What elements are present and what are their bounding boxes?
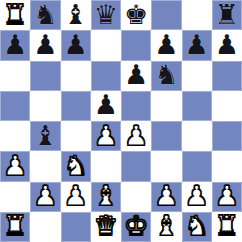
piece-black-pawn[interactable]: ♟ xyxy=(215,31,239,58)
square-d5[interactable]: ♟ xyxy=(91,91,121,121)
square-c1[interactable] xyxy=(61,212,91,242)
piece-white-queen[interactable]: ♛ xyxy=(94,212,118,239)
square-f5[interactable] xyxy=(151,91,181,121)
piece-black-pawn[interactable]: ♟ xyxy=(3,31,27,58)
square-c5[interactable] xyxy=(61,91,91,121)
square-g2[interactable]: ♟ xyxy=(182,182,212,212)
piece-black-pawn[interactable]: ♟ xyxy=(154,31,178,58)
square-g4[interactable] xyxy=(182,121,212,151)
square-f4[interactable] xyxy=(151,121,181,151)
piece-black-knight[interactable]: ♞ xyxy=(154,61,178,88)
piece-white-knight[interactable]: ♞ xyxy=(64,152,88,179)
square-a1[interactable]: ♜ xyxy=(0,212,30,242)
square-c6[interactable] xyxy=(61,61,91,91)
square-a6[interactable] xyxy=(0,61,30,91)
square-b7[interactable]: ♟ xyxy=(30,30,60,60)
square-a4[interactable] xyxy=(0,121,30,151)
piece-white-pawn[interactable]: ♟ xyxy=(215,182,239,209)
square-d3[interactable] xyxy=(91,151,121,181)
piece-white-bishop[interactable]: ♝ xyxy=(94,182,118,209)
square-b4[interactable]: ♝ xyxy=(30,121,60,151)
square-e7[interactable] xyxy=(121,30,151,60)
piece-black-pawn[interactable]: ♟ xyxy=(185,31,209,58)
square-g8[interactable] xyxy=(182,0,212,30)
piece-white-rook[interactable]: ♜ xyxy=(215,212,239,239)
piece-black-rook[interactable]: ♜ xyxy=(3,1,27,28)
square-d4[interactable]: ♟ xyxy=(91,121,121,151)
square-d7[interactable] xyxy=(91,30,121,60)
piece-black-knight[interactable]: ♞ xyxy=(33,1,57,28)
piece-black-pawn[interactable]: ♟ xyxy=(33,31,57,58)
piece-white-pawn[interactable]: ♟ xyxy=(154,182,178,209)
square-f1[interactable]: ♝ xyxy=(151,212,181,242)
piece-white-rook[interactable]: ♜ xyxy=(3,212,27,239)
square-d2[interactable]: ♝ xyxy=(91,182,121,212)
square-e4[interactable]: ♟ xyxy=(121,121,151,151)
square-f6[interactable]: ♞ xyxy=(151,61,181,91)
square-h1[interactable]: ♜ xyxy=(212,212,242,242)
square-g1[interactable]: ♞ xyxy=(182,212,212,242)
piece-white-pawn[interactable]: ♟ xyxy=(64,182,88,209)
square-h4[interactable] xyxy=(212,121,242,151)
square-c2[interactable]: ♟ xyxy=(61,182,91,212)
square-a7[interactable]: ♟ xyxy=(0,30,30,60)
square-c4[interactable] xyxy=(61,121,91,151)
piece-black-pawn[interactable]: ♟ xyxy=(64,31,88,58)
square-b2[interactable]: ♟ xyxy=(30,182,60,212)
square-a5[interactable] xyxy=(0,91,30,121)
square-d1[interactable]: ♛ xyxy=(91,212,121,242)
square-b5[interactable] xyxy=(30,91,60,121)
piece-white-pawn[interactable]: ♟ xyxy=(3,152,27,179)
square-e8[interactable]: ♚ xyxy=(121,0,151,30)
piece-white-bishop[interactable]: ♝ xyxy=(154,212,178,239)
square-b1[interactable] xyxy=(30,212,60,242)
piece-black-pawn[interactable]: ♟ xyxy=(94,91,118,118)
square-h5[interactable] xyxy=(212,91,242,121)
square-h6[interactable] xyxy=(212,61,242,91)
piece-black-bishop[interactable]: ♝ xyxy=(64,1,88,28)
piece-white-pawn[interactable]: ♟ xyxy=(124,122,148,149)
square-a3[interactable]: ♟ xyxy=(0,151,30,181)
square-e1[interactable]: ♚ xyxy=(121,212,151,242)
piece-white-pawn[interactable]: ♟ xyxy=(185,182,209,209)
chess-board: ♜♞♝♛♚♜♟♟♟♟♟♟♟♞♟♝♟♟♟♞♟♟♝♟♟♟♜♛♚♝♞♜ xyxy=(0,0,242,242)
square-g6[interactable] xyxy=(182,61,212,91)
square-g5[interactable] xyxy=(182,91,212,121)
square-c8[interactable]: ♝ xyxy=(61,0,91,30)
square-f3[interactable] xyxy=(151,151,181,181)
square-h8[interactable]: ♜ xyxy=(212,0,242,30)
piece-black-rook[interactable]: ♜ xyxy=(215,1,239,28)
square-h3[interactable] xyxy=(212,151,242,181)
square-a8[interactable]: ♜ xyxy=(0,0,30,30)
square-h2[interactable]: ♟ xyxy=(212,182,242,212)
piece-white-king[interactable]: ♚ xyxy=(124,212,148,239)
piece-black-king[interactable]: ♚ xyxy=(124,1,148,28)
square-g3[interactable] xyxy=(182,151,212,181)
piece-black-bishop[interactable]: ♝ xyxy=(33,122,57,149)
square-c7[interactable]: ♟ xyxy=(61,30,91,60)
square-d6[interactable] xyxy=(91,61,121,91)
piece-white-pawn[interactable]: ♟ xyxy=(94,122,118,149)
square-g7[interactable]: ♟ xyxy=(182,30,212,60)
square-f8[interactable] xyxy=(151,0,181,30)
piece-white-knight[interactable]: ♞ xyxy=(185,212,209,239)
piece-black-queen[interactable]: ♛ xyxy=(94,1,118,28)
square-f7[interactable]: ♟ xyxy=(151,30,181,60)
square-e6[interactable]: ♟ xyxy=(121,61,151,91)
square-e3[interactable] xyxy=(121,151,151,181)
square-f2[interactable]: ♟ xyxy=(151,182,181,212)
square-e5[interactable] xyxy=(121,91,151,121)
square-d8[interactable]: ♛ xyxy=(91,0,121,30)
square-e2[interactable] xyxy=(121,182,151,212)
square-b3[interactable] xyxy=(30,151,60,181)
square-c3[interactable]: ♞ xyxy=(61,151,91,181)
square-b6[interactable] xyxy=(30,61,60,91)
square-b8[interactable]: ♞ xyxy=(30,0,60,30)
piece-white-pawn[interactable]: ♟ xyxy=(33,182,57,209)
square-h7[interactable]: ♟ xyxy=(212,30,242,60)
square-a2[interactable] xyxy=(0,182,30,212)
piece-black-pawn[interactable]: ♟ xyxy=(124,61,148,88)
